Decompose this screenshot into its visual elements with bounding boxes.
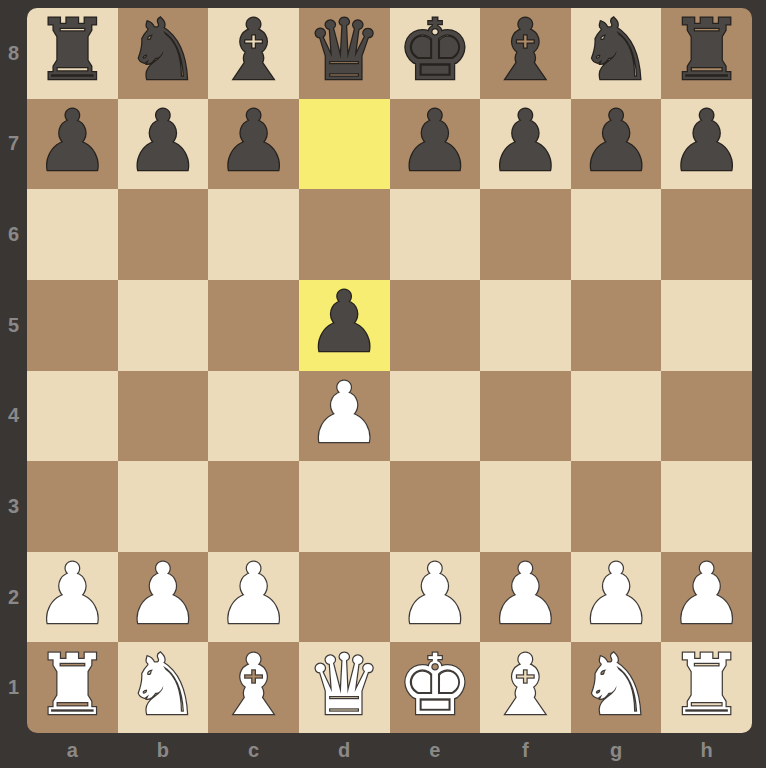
square-d5[interactable]: ♟: [299, 280, 390, 371]
file-label-f: f: [480, 733, 571, 768]
file-label-d: d: [299, 733, 390, 768]
rank-label-3: 3: [0, 461, 27, 552]
square-a2[interactable]: ♟: [27, 552, 118, 643]
white-bishop-f1[interactable]: ♝: [488, 643, 563, 727]
square-f2[interactable]: ♟: [480, 552, 571, 643]
square-f1[interactable]: ♝: [480, 642, 571, 733]
square-d7[interactable]: [299, 99, 390, 190]
square-a7[interactable]: ♟: [27, 99, 118, 190]
square-b5[interactable]: [118, 280, 209, 371]
square-e3[interactable]: [390, 461, 481, 552]
rank-label-4: 4: [0, 371, 27, 462]
white-pawn-h2[interactable]: ♟: [669, 552, 744, 636]
square-f7[interactable]: ♟: [480, 99, 571, 190]
square-a6[interactable]: [27, 189, 118, 280]
white-king-e1[interactable]: ♚: [397, 643, 472, 727]
square-d2[interactable]: [299, 552, 390, 643]
black-bishop-f8[interactable]: ♝: [488, 8, 563, 92]
black-rook-h8[interactable]: ♜: [669, 8, 744, 92]
white-pawn-d4[interactable]: ♟: [307, 371, 382, 455]
square-b1[interactable]: ♞: [118, 642, 209, 733]
square-d1[interactable]: ♛: [299, 642, 390, 733]
square-h3[interactable]: [661, 461, 752, 552]
white-pawn-b2[interactable]: ♟: [125, 552, 200, 636]
square-c5[interactable]: [208, 280, 299, 371]
square-h7[interactable]: ♟: [661, 99, 752, 190]
square-h6[interactable]: [661, 189, 752, 280]
file-coordinates: abcdefgh: [27, 733, 752, 768]
black-pawn-f7[interactable]: ♟: [488, 99, 563, 183]
square-b7[interactable]: ♟: [118, 99, 209, 190]
square-b6[interactable]: [118, 189, 209, 280]
square-c3[interactable]: [208, 461, 299, 552]
white-rook-h1[interactable]: ♜: [669, 643, 744, 727]
square-e2[interactable]: ♟: [390, 552, 481, 643]
black-pawn-d5[interactable]: ♟: [307, 280, 382, 364]
black-king-e8[interactable]: ♚: [397, 8, 472, 92]
square-h5[interactable]: [661, 280, 752, 371]
rank-label-2: 2: [0, 552, 27, 643]
square-f4[interactable]: [480, 371, 571, 462]
square-h2[interactable]: ♟: [661, 552, 752, 643]
square-g4[interactable]: [571, 371, 662, 462]
square-f8[interactable]: ♝: [480, 8, 571, 99]
square-d6[interactable]: [299, 189, 390, 280]
white-knight-g1[interactable]: ♞: [578, 643, 653, 727]
square-g1[interactable]: ♞: [571, 642, 662, 733]
black-pawn-a7[interactable]: ♟: [35, 99, 110, 183]
square-c6[interactable]: [208, 189, 299, 280]
rank-coordinates: 87654321: [0, 8, 27, 733]
square-f6[interactable]: [480, 189, 571, 280]
square-b8[interactable]: ♞: [118, 8, 209, 99]
square-g6[interactable]: [571, 189, 662, 280]
file-label-h: h: [661, 733, 752, 768]
square-a3[interactable]: [27, 461, 118, 552]
square-d4[interactable]: ♟: [299, 371, 390, 462]
file-label-g: g: [571, 733, 662, 768]
black-pawn-g7[interactable]: ♟: [578, 99, 653, 183]
square-f3[interactable]: [480, 461, 571, 552]
white-bishop-c1[interactable]: ♝: [216, 643, 291, 727]
rank-label-6: 6: [0, 189, 27, 280]
square-g5[interactable]: [571, 280, 662, 371]
square-b2[interactable]: ♟: [118, 552, 209, 643]
white-pawn-e2[interactable]: ♟: [397, 552, 472, 636]
square-c4[interactable]: [208, 371, 299, 462]
black-queen-d8[interactable]: ♛: [307, 8, 382, 92]
square-d3[interactable]: [299, 461, 390, 552]
square-c8[interactable]: ♝: [208, 8, 299, 99]
rank-label-8: 8: [0, 8, 27, 99]
square-h1[interactable]: ♜: [661, 642, 752, 733]
square-e8[interactable]: ♚: [390, 8, 481, 99]
square-e5[interactable]: [390, 280, 481, 371]
square-b3[interactable]: [118, 461, 209, 552]
white-pawn-f2[interactable]: ♟: [488, 552, 563, 636]
square-g3[interactable]: [571, 461, 662, 552]
white-rook-a1[interactable]: ♜: [35, 643, 110, 727]
square-a1[interactable]: ♜: [27, 642, 118, 733]
file-label-c: c: [208, 733, 299, 768]
square-e6[interactable]: [390, 189, 481, 280]
square-b4[interactable]: [118, 371, 209, 462]
white-pawn-a2[interactable]: ♟: [35, 552, 110, 636]
black-pawn-e7[interactable]: ♟: [397, 99, 472, 183]
square-e4[interactable]: [390, 371, 481, 462]
black-pawn-c7[interactable]: ♟: [216, 99, 291, 183]
black-knight-b8[interactable]: ♞: [125, 8, 200, 92]
square-a8[interactable]: ♜: [27, 8, 118, 99]
square-g8[interactable]: ♞: [571, 8, 662, 99]
square-d8[interactable]: ♛: [299, 8, 390, 99]
square-g2[interactable]: ♟: [571, 552, 662, 643]
square-h4[interactable]: [661, 371, 752, 462]
chess-board: ♜♞♝♛♚♝♞♜♟♟♟♟♟♟♟♟♟♟♟♟♟♟♟♟♜♞♝♛♚♝♞♜: [27, 8, 752, 733]
square-a5[interactable]: [27, 280, 118, 371]
square-h8[interactable]: ♜: [661, 8, 752, 99]
square-c7[interactable]: ♟: [208, 99, 299, 190]
rank-label-7: 7: [0, 99, 27, 190]
file-label-a: a: [27, 733, 118, 768]
square-a4[interactable]: [27, 371, 118, 462]
square-c2[interactable]: ♟: [208, 552, 299, 643]
black-bishop-c8[interactable]: ♝: [216, 8, 291, 92]
black-pawn-b7[interactable]: ♟: [125, 99, 200, 183]
square-c1[interactable]: ♝: [208, 642, 299, 733]
square-e1[interactable]: ♚: [390, 642, 481, 733]
file-label-b: b: [118, 733, 209, 768]
square-f5[interactable]: [480, 280, 571, 371]
black-pawn-h7[interactable]: ♟: [669, 99, 744, 183]
chess-app-background: 87654321 ♜♞♝♛♚♝♞♜♟♟♟♟♟♟♟♟♟♟♟♟♟♟♟♟♜♞♝♛♚♝♞…: [0, 0, 766, 768]
white-pawn-c2[interactable]: ♟: [216, 552, 291, 636]
black-rook-a8[interactable]: ♜: [35, 8, 110, 92]
square-e7[interactable]: ♟: [390, 99, 481, 190]
black-knight-g8[interactable]: ♞: [578, 8, 653, 92]
white-queen-d1[interactable]: ♛: [307, 643, 382, 727]
rank-label-1: 1: [0, 642, 27, 733]
white-pawn-g2[interactable]: ♟: [578, 552, 653, 636]
rank-label-5: 5: [0, 280, 27, 371]
white-knight-b1[interactable]: ♞: [125, 643, 200, 727]
file-label-e: e: [390, 733, 481, 768]
square-g7[interactable]: ♟: [571, 99, 662, 190]
